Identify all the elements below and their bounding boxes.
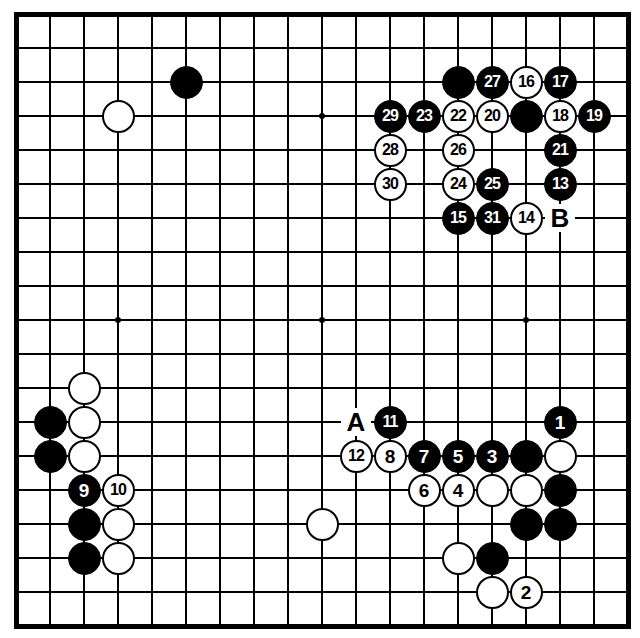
black-stone[interactable]: [34, 440, 67, 473]
black-stone[interactable]: [34, 406, 67, 439]
white-stone[interactable]: [68, 406, 101, 439]
move-number: 28: [382, 142, 398, 158]
white-stone[interactable]: [442, 542, 475, 575]
move-number: 4: [453, 480, 464, 499]
move-number: 9: [79, 480, 90, 499]
black-stone[interactable]: [510, 100, 543, 133]
move-number: 2: [521, 582, 532, 601]
white-stone[interactable]: [306, 508, 339, 541]
black-stone-move-7[interactable]: 7: [408, 440, 441, 473]
black-stone-move-29[interactable]: 29: [374, 100, 407, 133]
move-number: 21: [552, 142, 568, 158]
grid-line-vertical: [355, 14, 357, 626]
black-stone-move-15[interactable]: 15: [442, 202, 475, 235]
white-stone[interactable]: [102, 542, 135, 575]
move-number: 17: [552, 74, 568, 90]
point-mark-A[interactable]: A: [341, 408, 371, 436]
move-number: 1: [555, 412, 566, 431]
grid-line-horizontal: [16, 421, 628, 423]
white-stone[interactable]: [510, 474, 543, 507]
white-stone-move-14[interactable]: 14: [510, 202, 543, 235]
black-stone-move-13[interactable]: 13: [544, 168, 577, 201]
white-stone-move-12[interactable]: 12: [340, 440, 373, 473]
black-stone[interactable]: [510, 508, 543, 541]
white-stone-move-24[interactable]: 24: [442, 168, 475, 201]
move-number: 19: [586, 108, 602, 124]
black-stone-move-19[interactable]: 19: [578, 100, 611, 133]
move-number: 16: [518, 74, 534, 90]
black-stone-move-3[interactable]: 3: [476, 440, 509, 473]
move-number: 27: [484, 74, 500, 90]
black-stone-move-5[interactable]: 5: [442, 440, 475, 473]
black-stone[interactable]: [68, 508, 101, 541]
black-stone[interactable]: [442, 66, 475, 99]
board-edge-line: [14, 624, 631, 629]
white-stone-move-22[interactable]: 22: [442, 100, 475, 133]
white-stone-move-2[interactable]: 2: [510, 576, 543, 609]
white-stone-move-8[interactable]: 8: [374, 440, 407, 473]
move-number: 25: [484, 176, 500, 192]
move-number: 5: [453, 446, 464, 465]
star-point: [115, 317, 121, 323]
white-stone-move-18[interactable]: 18: [544, 100, 577, 133]
black-stone[interactable]: [510, 440, 543, 473]
black-stone-move-25[interactable]: 25: [476, 168, 509, 201]
white-stone-move-28[interactable]: 28: [374, 134, 407, 167]
move-number: 13: [552, 176, 568, 192]
move-number: 11: [383, 414, 398, 430]
move-number: 12: [348, 448, 364, 464]
move-number: 7: [419, 446, 430, 465]
black-stone-move-17[interactable]: 17: [544, 66, 577, 99]
black-stone[interactable]: [544, 474, 577, 507]
black-stone[interactable]: [544, 508, 577, 541]
move-number: 31: [484, 210, 500, 226]
black-stone-move-1[interactable]: 1: [544, 406, 577, 439]
star-point: [319, 113, 325, 119]
black-stone-move-9[interactable]: 9: [68, 474, 101, 507]
white-stone[interactable]: [102, 100, 135, 133]
white-stone-move-10[interactable]: 10: [102, 474, 135, 507]
move-number: 18: [552, 108, 568, 124]
white-stone-move-20[interactable]: 20: [476, 100, 509, 133]
move-number: 29: [382, 108, 398, 124]
go-diagram: AB12345678910111213141516171819202122232…: [0, 0, 640, 638]
white-stone-move-26[interactable]: 26: [442, 134, 475, 167]
move-number: 26: [450, 142, 466, 158]
black-stone-move-21[interactable]: 21: [544, 134, 577, 167]
star-point: [319, 317, 325, 323]
black-stone-move-23[interactable]: 23: [408, 100, 441, 133]
black-stone[interactable]: [170, 66, 203, 99]
move-number: 8: [385, 446, 396, 465]
move-number: 24: [450, 176, 466, 192]
move-number: 20: [484, 108, 500, 124]
white-stone-move-16[interactable]: 16: [510, 66, 543, 99]
white-stone[interactable]: [68, 372, 101, 405]
move-number: 14: [518, 210, 534, 226]
black-stone-move-27[interactable]: 27: [476, 66, 509, 99]
black-stone[interactable]: [476, 542, 509, 575]
point-mark-B[interactable]: B: [545, 204, 575, 232]
move-number: 30: [382, 176, 398, 192]
move-number: 6: [419, 480, 430, 499]
move-number: 15: [450, 210, 466, 226]
move-number: 10: [110, 482, 126, 498]
white-stone-move-4[interactable]: 4: [442, 474, 475, 507]
black-stone-move-31[interactable]: 31: [476, 202, 509, 235]
black-stone[interactable]: [68, 542, 101, 575]
move-number: 22: [450, 108, 466, 124]
white-stone[interactable]: [476, 474, 509, 507]
white-stone[interactable]: [476, 576, 509, 609]
white-stone[interactable]: [68, 440, 101, 473]
white-stone-move-6[interactable]: 6: [408, 474, 441, 507]
white-stone[interactable]: [102, 508, 135, 541]
grid-line-horizontal: [16, 387, 628, 389]
move-number: 23: [416, 108, 432, 124]
board-edge-line: [626, 12, 631, 629]
star-point: [523, 317, 529, 323]
black-stone-move-11[interactable]: 11: [374, 406, 407, 439]
white-stone[interactable]: [544, 440, 577, 473]
white-stone-move-30[interactable]: 30: [374, 168, 407, 201]
grid-line-horizontal: [16, 353, 628, 355]
move-number: 3: [487, 446, 498, 465]
